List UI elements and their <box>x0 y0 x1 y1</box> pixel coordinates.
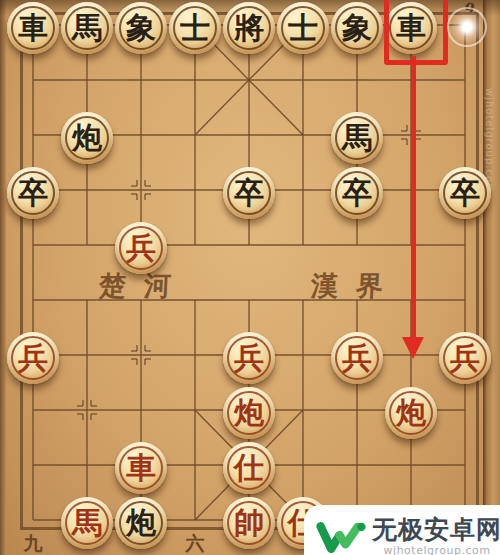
piece-glyph: 炮 <box>223 387 275 439</box>
piece-glyph: 兵 <box>7 332 59 384</box>
piece-black-advisor[interactable]: 士 <box>277 2 329 54</box>
piece-black-soldier[interactable]: 卒 <box>7 167 59 219</box>
piece-red-soldier[interactable]: 兵 <box>223 332 275 384</box>
piece-black-cannon[interactable]: 炮 <box>61 112 113 164</box>
piece-black-soldier[interactable]: 卒 <box>439 167 491 219</box>
file-label-red: 九 <box>22 531 44 555</box>
piece-red-chariot[interactable]: 車 <box>115 442 167 494</box>
piece-glyph: 兵 <box>223 332 275 384</box>
piece-glyph: 兵 <box>439 332 491 384</box>
piece-glyph: 卒 <box>331 167 383 219</box>
piece-red-horse[interactable]: 馬 <box>61 497 113 549</box>
move-origin-marker <box>447 7 487 47</box>
piece-black-horse[interactable]: 馬 <box>61 2 113 54</box>
piece-glyph: 車 <box>115 442 167 494</box>
brand-w-logo-icon <box>316 516 366 555</box>
piece-red-advisor[interactable]: 仕 <box>223 442 275 494</box>
piece-red-soldier[interactable]: 兵 <box>115 222 167 274</box>
piece-glyph: 象 <box>115 2 167 54</box>
piece-glyph: 車 <box>7 2 59 54</box>
piece-glyph: 馬 <box>61 2 113 54</box>
piece-red-soldier[interactable]: 兵 <box>439 332 491 384</box>
piece-black-general[interactable]: 將 <box>223 2 275 54</box>
piece-glyph: 炮 <box>61 112 113 164</box>
piece-red-soldier[interactable]: 兵 <box>331 332 383 384</box>
piece-glyph: 仕 <box>223 442 275 494</box>
piece-black-chariot[interactable]: 車 <box>7 2 59 54</box>
piece-red-soldier[interactable]: 兵 <box>7 332 59 384</box>
piece-glyph: 將 <box>223 2 275 54</box>
piece-glyph: 兵 <box>331 332 383 384</box>
highlight-box <box>384 0 448 65</box>
piece-black-soldier[interactable]: 卒 <box>223 167 275 219</box>
piece-red-cannon[interactable]: 炮 <box>223 387 275 439</box>
piece-glyph: 馬 <box>331 112 383 164</box>
piece-glyph: 炮 <box>115 497 167 549</box>
watermark-domain: wjhotelgroup.com <box>384 545 491 555</box>
piece-glyph: 象 <box>331 2 383 54</box>
piece-glyph: 炮 <box>385 387 437 439</box>
piece-black-horse[interactable]: 馬 <box>331 112 383 164</box>
piece-red-cannon[interactable]: 炮 <box>385 387 437 439</box>
xiangqi-board-screen: 楚河 漢界 九六9 車馬象士將士象車炮馬卒卒卒卒兵兵兵兵兵炮炮車仕馬炮帥仕 wj… <box>0 0 500 555</box>
river-label-right: 漢界 <box>301 268 411 304</box>
piece-black-soldier[interactable]: 卒 <box>331 167 383 219</box>
piece-glyph: 卒 <box>7 167 59 219</box>
watermark-brand: 无极安卓网 <box>372 517 500 542</box>
piece-black-cannon[interactable]: 炮 <box>115 497 167 549</box>
piece-glyph: 馬 <box>61 497 113 549</box>
piece-glyph: 士 <box>277 2 329 54</box>
watermark-badge: 无极安卓网 wjhotelgroup.com <box>304 505 500 555</box>
piece-glyph: 卒 <box>439 167 491 219</box>
piece-glyph: 兵 <box>115 222 167 274</box>
piece-black-elephant[interactable]: 象 <box>331 2 383 54</box>
piece-glyph: 士 <box>169 2 221 54</box>
move-arrow-head-icon <box>402 337 424 359</box>
piece-red-general[interactable]: 帥 <box>223 497 275 549</box>
piece-black-elephant[interactable]: 象 <box>115 2 167 54</box>
piece-black-advisor[interactable]: 士 <box>169 2 221 54</box>
file-label-red: 六 <box>184 531 206 555</box>
watermark-text: 无极安卓网 wjhotelgroup.com <box>372 517 500 555</box>
piece-glyph: 卒 <box>223 167 275 219</box>
piece-glyph: 帥 <box>223 497 275 549</box>
move-arrow-line <box>411 56 416 338</box>
